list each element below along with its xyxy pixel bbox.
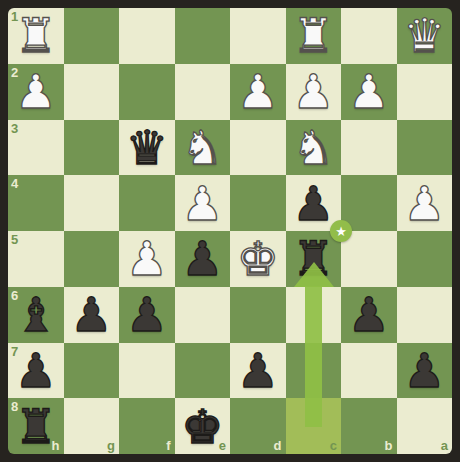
square-f3[interactable]: ♛ bbox=[119, 120, 175, 176]
square-h7[interactable]: 7♟ bbox=[8, 343, 64, 399]
square-h5[interactable]: 5 bbox=[8, 231, 64, 287]
piece-black-bishop[interactable]: ♝ bbox=[15, 291, 57, 338]
square-a7[interactable]: ♟ bbox=[397, 343, 453, 399]
piece-white-pawn[interactable]: ♟ bbox=[237, 68, 279, 115]
piece-white-pawn[interactable]: ♟ bbox=[292, 68, 334, 115]
square-a6[interactable] bbox=[397, 287, 453, 343]
file-label-g: g bbox=[107, 439, 115, 452]
square-h6[interactable]: 6♝ bbox=[8, 287, 64, 343]
piece-black-rook[interactable]: ♜ bbox=[15, 403, 57, 450]
square-f2[interactable] bbox=[119, 64, 175, 120]
square-f7[interactable] bbox=[119, 343, 175, 399]
square-h3[interactable]: 3 bbox=[8, 120, 64, 176]
piece-black-king[interactable]: ♚ bbox=[181, 403, 223, 450]
square-b1[interactable] bbox=[341, 8, 397, 64]
file-label-b: b bbox=[385, 439, 393, 452]
piece-white-rook[interactable]: ♜ bbox=[15, 12, 57, 59]
move-arrow-shaft bbox=[305, 286, 322, 427]
square-d7[interactable]: ♟ bbox=[230, 343, 286, 399]
square-a1[interactable]: ♛ bbox=[397, 8, 453, 64]
piece-white-queen[interactable]: ♛ bbox=[403, 12, 445, 59]
square-h2[interactable]: 2♟ bbox=[8, 64, 64, 120]
square-h8[interactable]: 8h♜ bbox=[8, 398, 64, 454]
file-label-a: a bbox=[441, 439, 448, 452]
square-f8[interactable]: f bbox=[119, 398, 175, 454]
best-move-star-badge: ★ bbox=[330, 220, 352, 242]
square-f6[interactable]: ♟ bbox=[119, 287, 175, 343]
file-label-d: d bbox=[274, 439, 282, 452]
square-e6[interactable] bbox=[175, 287, 231, 343]
piece-white-pawn[interactable]: ♟ bbox=[181, 180, 223, 227]
square-b8[interactable]: b bbox=[341, 398, 397, 454]
square-g7[interactable] bbox=[64, 343, 120, 399]
square-f1[interactable] bbox=[119, 8, 175, 64]
piece-black-pawn[interactable]: ♟ bbox=[126, 291, 168, 338]
square-d3[interactable] bbox=[230, 120, 286, 176]
square-d1[interactable] bbox=[230, 8, 286, 64]
rank-label-5: 5 bbox=[11, 233, 18, 246]
square-a4[interactable]: ♟ bbox=[397, 175, 453, 231]
piece-black-pawn[interactable]: ♟ bbox=[348, 291, 390, 338]
chess-app-frame: 1♜♜♛2♟♟♟♟3♛♞♞4♟♟♟5♟♟♚♜6♝♟♟♟7♟♟♟8h♜gfe♚dc… bbox=[0, 0, 460, 462]
star-icon: ★ bbox=[335, 225, 347, 238]
square-d4[interactable] bbox=[230, 175, 286, 231]
piece-white-knight[interactable]: ♞ bbox=[292, 124, 334, 171]
square-e3[interactable]: ♞ bbox=[175, 120, 231, 176]
move-arrow-head bbox=[294, 262, 334, 287]
piece-black-pawn[interactable]: ♟ bbox=[403, 347, 445, 394]
square-e1[interactable] bbox=[175, 8, 231, 64]
square-c2[interactable]: ♟ bbox=[286, 64, 342, 120]
square-a5[interactable] bbox=[397, 231, 453, 287]
piece-white-pawn[interactable]: ♟ bbox=[403, 180, 445, 227]
piece-black-pawn[interactable]: ♟ bbox=[15, 347, 57, 394]
square-h1[interactable]: 1♜ bbox=[8, 8, 64, 64]
rank-label-3: 3 bbox=[11, 122, 18, 135]
square-b6[interactable]: ♟ bbox=[341, 287, 397, 343]
piece-black-pawn[interactable]: ♟ bbox=[292, 180, 334, 227]
piece-white-pawn[interactable]: ♟ bbox=[348, 68, 390, 115]
square-c3[interactable]: ♞ bbox=[286, 120, 342, 176]
piece-black-pawn[interactable]: ♟ bbox=[237, 347, 279, 394]
piece-white-knight[interactable]: ♞ bbox=[181, 124, 223, 171]
square-a2[interactable] bbox=[397, 64, 453, 120]
square-b2[interactable]: ♟ bbox=[341, 64, 397, 120]
piece-white-king[interactable]: ♚ bbox=[237, 235, 279, 282]
rank-label-4: 4 bbox=[11, 177, 18, 190]
square-e2[interactable] bbox=[175, 64, 231, 120]
square-h4[interactable]: 4 bbox=[8, 175, 64, 231]
piece-black-pawn[interactable]: ♟ bbox=[70, 291, 112, 338]
piece-white-pawn[interactable]: ♟ bbox=[126, 235, 168, 282]
square-g5[interactable] bbox=[64, 231, 120, 287]
square-a8[interactable]: a bbox=[397, 398, 453, 454]
square-a3[interactable] bbox=[397, 120, 453, 176]
square-e5[interactable]: ♟ bbox=[175, 231, 231, 287]
square-e4[interactable]: ♟ bbox=[175, 175, 231, 231]
square-b3[interactable] bbox=[341, 120, 397, 176]
square-d6[interactable] bbox=[230, 287, 286, 343]
square-e7[interactable] bbox=[175, 343, 231, 399]
square-g1[interactable] bbox=[64, 8, 120, 64]
square-g4[interactable] bbox=[64, 175, 120, 231]
square-g3[interactable] bbox=[64, 120, 120, 176]
piece-black-queen[interactable]: ♛ bbox=[126, 124, 168, 171]
square-b5[interactable] bbox=[341, 231, 397, 287]
square-g6[interactable]: ♟ bbox=[64, 287, 120, 343]
chess-board[interactable]: 1♜♜♛2♟♟♟♟3♛♞♞4♟♟♟5♟♟♚♜6♝♟♟♟7♟♟♟8h♜gfe♚dc… bbox=[8, 8, 452, 454]
square-d8[interactable]: d bbox=[230, 398, 286, 454]
square-f5[interactable]: ♟ bbox=[119, 231, 175, 287]
square-g2[interactable] bbox=[64, 64, 120, 120]
piece-white-pawn[interactable]: ♟ bbox=[15, 68, 57, 115]
square-b4[interactable] bbox=[341, 175, 397, 231]
piece-white-rook[interactable]: ♜ bbox=[292, 12, 334, 59]
square-d2[interactable]: ♟ bbox=[230, 64, 286, 120]
square-f4[interactable] bbox=[119, 175, 175, 231]
square-e8[interactable]: e♚ bbox=[175, 398, 231, 454]
file-label-f: f bbox=[166, 439, 170, 452]
square-b7[interactable] bbox=[341, 343, 397, 399]
square-d5[interactable]: ♚ bbox=[230, 231, 286, 287]
piece-black-pawn[interactable]: ♟ bbox=[181, 235, 223, 282]
square-c1[interactable]: ♜ bbox=[286, 8, 342, 64]
square-g8[interactable]: g bbox=[64, 398, 120, 454]
file-label-c: c bbox=[330, 439, 337, 452]
